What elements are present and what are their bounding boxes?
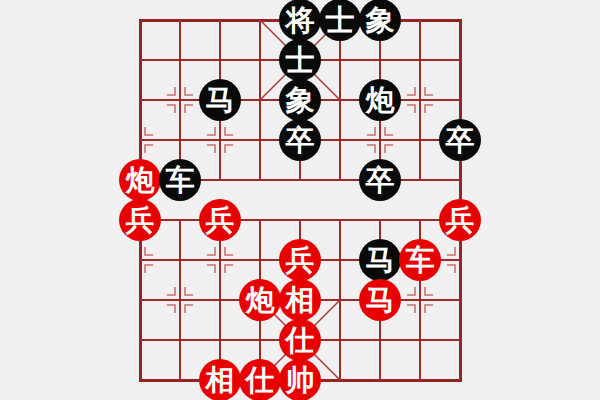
red-soldier[interactable]: 兵 [279,239,321,281]
board-point-c2-r3[interactable] [200,120,240,160]
board-point-c2-r7[interactable] [200,280,240,320]
board-point-c7-r8[interactable] [400,320,440,360]
black-horse[interactable]: 马 [359,239,401,281]
board-point-c3-r2[interactable] [240,80,280,120]
board-point-c5-r8[interactable] [320,320,360,360]
board-point-c6-r5[interactable] [360,200,400,240]
board-point-c4-r0[interactable]: 将 [280,0,320,40]
board-point-c1-r3[interactable] [160,120,200,160]
board-point-c0-r3[interactable] [120,120,160,160]
board-point-c1-r2[interactable] [160,80,200,120]
red-chariot[interactable]: 车 [399,239,441,281]
red-cannon[interactable]: 炮 [239,279,281,321]
xiangqi-app-screen: 将士象士马象炮卒卒炮车卒兵兵兵兵马车炮相马仕相仕帅 [0,0,600,400]
board-point-c0-r0[interactable] [120,0,160,40]
board-point-c6-r6[interactable]: 马 [360,240,400,280]
board-point-c6-r8[interactable] [360,320,400,360]
board-point-c4-r1[interactable]: 士 [280,40,320,80]
red-advisor[interactable]: 仕 [239,359,281,400]
board-point-c8-r8[interactable] [440,320,480,360]
board-point-c2-r8[interactable] [200,320,240,360]
board-point-c6-r2[interactable]: 炮 [360,80,400,120]
board-point-c6-r0[interactable]: 象 [360,0,400,40]
black-cannon[interactable]: 炮 [359,79,401,121]
black-horse[interactable]: 马 [199,79,241,121]
board-point-c4-r7[interactable]: 相 [280,280,320,320]
board-point-c4-r3[interactable]: 卒 [280,120,320,160]
board-point-c4-r8[interactable]: 仕 [280,320,320,360]
board-point-c7-r2[interactable] [400,80,440,120]
board-point-c8-r4[interactable] [440,160,480,200]
board-point-c1-r0[interactable] [160,0,200,40]
board-point-c2-r5[interactable]: 兵 [200,200,240,240]
red-soldier[interactable]: 兵 [439,199,481,241]
board-point-c7-r1[interactable] [400,40,440,80]
board-point-c6-r3[interactable] [360,120,400,160]
red-soldier[interactable]: 兵 [199,199,241,241]
board-point-c0-r9[interactable] [120,360,160,400]
board-point-c5-r2[interactable] [320,80,360,120]
board-point-c8-r0[interactable] [440,0,480,40]
red-cannon[interactable]: 炮 [119,159,161,201]
board-point-c3-r4[interactable] [240,160,280,200]
board-point-c2-r2[interactable]: 马 [200,80,240,120]
board-point-c7-r5[interactable] [400,200,440,240]
board-point-c2-r1[interactable] [200,40,240,80]
board-point-c1-r9[interactable] [160,360,200,400]
black-soldier[interactable]: 卒 [359,159,401,201]
board-point-c0-r5[interactable]: 兵 [120,200,160,240]
black-elephant[interactable]: 象 [359,0,401,41]
black-soldier[interactable]: 卒 [439,119,481,161]
board-point-c1-r5[interactable] [160,200,200,240]
board-point-c0-r7[interactable] [120,280,160,320]
board-point-c8-r7[interactable] [440,280,480,320]
board-point-c5-r5[interactable] [320,200,360,240]
board-point-c5-r4[interactable] [320,160,360,200]
board-point-c4-r4[interactable] [280,160,320,200]
black-soldier[interactable]: 卒 [279,119,321,161]
board-point-c4-r2[interactable]: 象 [280,80,320,120]
board-point-c5-r1[interactable] [320,40,360,80]
board-point-c0-r6[interactable] [120,240,160,280]
board-point-c4-r5[interactable] [280,200,320,240]
board-point-c1-r4[interactable]: 车 [160,160,200,200]
board-point-c0-r4[interactable]: 炮 [120,160,160,200]
board-point-c6-r1[interactable] [360,40,400,80]
board-point-c7-r0[interactable] [400,0,440,40]
board-point-c1-r1[interactable] [160,40,200,80]
board-point-c7-r3[interactable] [400,120,440,160]
board-point-c8-r9[interactable] [440,360,480,400]
board-point-c2-r0[interactable] [200,0,240,40]
xiangqi-board: 将士象士马象炮卒卒炮车卒兵兵兵兵马车炮相马仕相仕帅 [120,0,480,400]
black-advisor[interactable]: 士 [319,0,361,41]
board-point-c5-r6[interactable] [320,240,360,280]
board-point-c7-r6[interactable]: 车 [400,240,440,280]
board-point-c6-r4[interactable]: 卒 [360,160,400,200]
board-point-c8-r2[interactable] [440,80,480,120]
board-point-c8-r1[interactable] [440,40,480,80]
black-elephant[interactable]: 象 [279,79,321,121]
black-chariot[interactable]: 车 [159,159,201,201]
board-point-c3-r0[interactable] [240,0,280,40]
board-point-c4-r9[interactable]: 帅 [280,360,320,400]
board-point-c3-r5[interactable] [240,200,280,240]
board-point-c2-r6[interactable] [200,240,240,280]
black-advisor[interactable]: 士 [279,39,321,81]
board-point-c5-r0[interactable]: 士 [320,0,360,40]
board-point-c2-r9[interactable]: 相 [200,360,240,400]
board-point-c7-r9[interactable] [400,360,440,400]
red-soldier[interactable]: 兵 [119,199,161,241]
board-point-c5-r7[interactable] [320,280,360,320]
board-point-c1-r8[interactable] [160,320,200,360]
board-point-c8-r3[interactable]: 卒 [440,120,480,160]
board-point-c7-r7[interactable] [400,280,440,320]
board-point-c3-r7[interactable]: 炮 [240,280,280,320]
board-point-c6-r9[interactable] [360,360,400,400]
board-point-c6-r7[interactable]: 马 [360,280,400,320]
red-general[interactable]: 帅 [279,359,321,400]
board-point-c4-r6[interactable]: 兵 [280,240,320,280]
board-point-c1-r7[interactable] [160,280,200,320]
board-point-c3-r8[interactable] [240,320,280,360]
red-horse[interactable]: 马 [359,279,401,321]
board-point-c3-r3[interactable] [240,120,280,160]
board-point-c3-r1[interactable] [240,40,280,80]
board-point-c0-r1[interactable] [120,40,160,80]
board-point-c2-r4[interactable] [200,160,240,200]
board-point-c3-r9[interactable]: 仕 [240,360,280,400]
board-point-c3-r6[interactable] [240,240,280,280]
black-general[interactable]: 将 [279,0,321,41]
red-elephant[interactable]: 相 [199,359,241,400]
red-elephant[interactable]: 相 [279,279,321,321]
board-point-c0-r8[interactable] [120,320,160,360]
board-point-c5-r3[interactable] [320,120,360,160]
red-advisor[interactable]: 仕 [279,319,321,361]
board-point-c8-r5[interactable]: 兵 [440,200,480,240]
board-point-c1-r6[interactable] [160,240,200,280]
board-point-c7-r4[interactable] [400,160,440,200]
board-point-c0-r2[interactable] [120,80,160,120]
board-point-c8-r6[interactable] [440,240,480,280]
board-point-c5-r9[interactable] [320,360,360,400]
